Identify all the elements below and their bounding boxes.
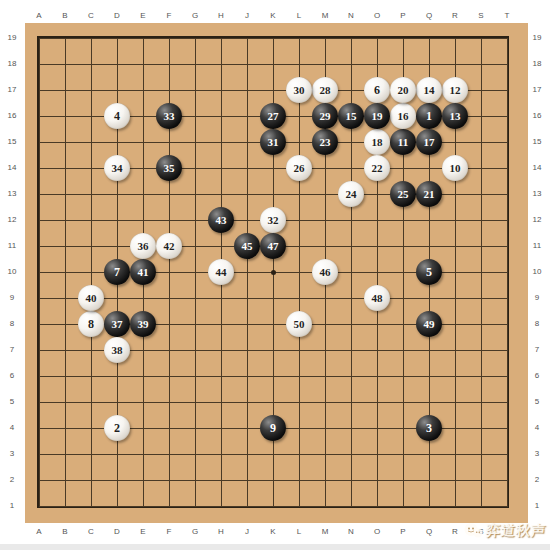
row-label-right-9: 9 <box>535 294 539 302</box>
column-label-top-M: M <box>322 12 329 20</box>
row-label-left-18: 18 <box>8 60 17 68</box>
column-label-top-F: F <box>167 12 172 20</box>
row-label-left-10: 10 <box>8 268 17 276</box>
column-label-bottom-E: E <box>140 528 145 536</box>
move-number: 8 <box>88 318 94 330</box>
column-label-top-L: L <box>297 12 301 20</box>
move-number: 42 <box>164 240 175 251</box>
column-label-top-J: J <box>245 12 249 20</box>
stone-white-18: 18 <box>364 129 390 155</box>
move-number: 12 <box>450 84 461 95</box>
row-label-left-5: 5 <box>10 398 14 406</box>
move-number: 2 <box>114 422 120 434</box>
move-number: 21 <box>424 188 435 199</box>
stone-black-17: 17 <box>416 129 442 155</box>
stone-white-20: 20 <box>390 77 416 103</box>
stone-white-4: 4 <box>104 103 130 129</box>
move-number: 7 <box>114 266 120 278</box>
row-label-right-18: 18 <box>533 60 542 68</box>
row-label-left-6: 6 <box>10 372 14 380</box>
column-label-top-N: N <box>348 12 354 20</box>
move-number: 26 <box>294 162 305 173</box>
row-label-left-19: 19 <box>8 34 17 42</box>
row-label-left-13: 13 <box>8 190 17 198</box>
column-label-bottom-Q: Q <box>426 528 432 536</box>
stone-white-24: 24 <box>338 181 364 207</box>
row-label-left-15: 15 <box>8 138 17 146</box>
stone-black-47: 47 <box>260 233 286 259</box>
stone-white-50: 50 <box>286 311 312 337</box>
column-label-top-A: A <box>36 12 41 20</box>
column-label-top-H: H <box>218 12 224 20</box>
move-number: 4 <box>114 110 120 122</box>
watermark-text: 弈道秋声 <box>485 522 547 540</box>
stone-black-11: 11 <box>390 129 416 155</box>
move-number: 15 <box>346 110 357 121</box>
stone-white-30: 30 <box>286 77 312 103</box>
column-label-bottom-M: M <box>322 528 329 536</box>
move-number: 44 <box>216 266 227 277</box>
row-label-left-8: 8 <box>10 320 14 328</box>
move-number: 49 <box>424 318 435 329</box>
column-label-bottom-J: J <box>245 528 249 536</box>
stone-black-9: 9 <box>260 415 286 441</box>
move-number: 43 <box>216 214 227 225</box>
stone-white-28: 28 <box>312 77 338 103</box>
row-label-left-16: 16 <box>8 112 17 120</box>
column-label-top-T: T <box>505 12 510 20</box>
move-number: 27 <box>268 110 279 121</box>
move-number: 35 <box>164 162 175 173</box>
column-label-top-G: G <box>192 12 198 20</box>
row-label-right-5: 5 <box>535 398 539 406</box>
column-label-top-B: B <box>62 12 67 20</box>
column-label-bottom-C: C <box>88 528 94 536</box>
stone-black-21: 21 <box>416 181 442 207</box>
row-label-right-8: 8 <box>535 320 539 328</box>
move-number: 6 <box>374 84 380 96</box>
stone-black-15: 15 <box>338 103 364 129</box>
stone-black-3: 3 <box>416 415 442 441</box>
row-label-left-12: 12 <box>8 216 17 224</box>
move-number: 29 <box>320 110 331 121</box>
move-number: 23 <box>320 136 331 147</box>
move-number: 46 <box>320 266 331 277</box>
stone-black-13: 13 <box>442 103 468 129</box>
row-label-right-6: 6 <box>535 372 539 380</box>
stone-black-33: 33 <box>156 103 182 129</box>
stone-black-7: 7 <box>104 259 130 285</box>
move-number: 30 <box>294 84 305 95</box>
move-number: 11 <box>398 136 408 147</box>
column-label-bottom-K: K <box>270 528 275 536</box>
stone-white-12: 12 <box>442 77 468 103</box>
move-number: 9 <box>270 422 276 434</box>
row-label-right-2: 2 <box>535 476 539 484</box>
column-label-top-K: K <box>270 12 275 20</box>
row-label-right-13: 13 <box>533 190 542 198</box>
row-label-left-17: 17 <box>8 86 17 94</box>
column-label-top-D: D <box>114 12 120 20</box>
column-label-bottom-R: R <box>452 528 458 536</box>
stone-white-32: 32 <box>260 207 286 233</box>
stone-white-48: 48 <box>364 285 390 311</box>
stone-white-40: 40 <box>78 285 104 311</box>
stone-black-19: 19 <box>364 103 390 129</box>
move-number: 22 <box>372 162 383 173</box>
stone-white-16: 16 <box>390 103 416 129</box>
move-number: 25 <box>398 188 409 199</box>
column-label-bottom-G: G <box>192 528 198 536</box>
move-number: 16 <box>398 110 409 121</box>
column-label-bottom-H: H <box>218 528 224 536</box>
column-label-top-E: E <box>140 12 145 20</box>
row-label-left-2: 2 <box>10 476 14 484</box>
move-number: 10 <box>450 162 461 173</box>
move-number: 18 <box>372 136 383 147</box>
row-label-right-19: 19 <box>533 34 542 42</box>
move-number: 34 <box>112 162 123 173</box>
column-label-bottom-P: P <box>400 528 405 536</box>
stone-white-42: 42 <box>156 233 182 259</box>
row-label-left-9: 9 <box>10 294 14 302</box>
row-label-left-3: 3 <box>10 450 14 458</box>
column-label-bottom-B: B <box>62 528 67 536</box>
stone-white-38: 38 <box>104 337 130 363</box>
move-number: 19 <box>372 110 383 121</box>
row-label-left-7: 7 <box>10 346 14 354</box>
move-number: 14 <box>424 84 435 95</box>
column-label-top-R: R <box>452 12 458 20</box>
column-label-bottom-A: A <box>36 528 41 536</box>
move-number: 33 <box>164 110 175 121</box>
column-label-top-P: P <box>400 12 405 20</box>
stone-white-14: 14 <box>416 77 442 103</box>
move-number: 48 <box>372 292 383 303</box>
stone-black-37: 37 <box>104 311 130 337</box>
column-label-top-C: C <box>88 12 94 20</box>
move-number: 38 <box>112 344 123 355</box>
column-label-bottom-S: S <box>478 528 483 536</box>
move-number: 37 <box>112 318 123 329</box>
move-number: 17 <box>424 136 435 147</box>
stone-white-36: 36 <box>130 233 156 259</box>
move-number: 24 <box>346 188 357 199</box>
stone-black-39: 39 <box>130 311 156 337</box>
move-number: 47 <box>268 240 279 251</box>
move-number: 50 <box>294 318 305 329</box>
row-label-right-7: 7 <box>535 346 539 354</box>
move-number: 45 <box>242 240 253 251</box>
row-label-left-11: 11 <box>8 242 16 250</box>
move-number: 39 <box>138 318 149 329</box>
move-number: 32 <box>268 214 279 225</box>
column-label-top-S: S <box>478 12 483 20</box>
row-label-right-4: 4 <box>535 424 539 432</box>
stone-black-43: 43 <box>208 207 234 233</box>
column-label-bottom-D: D <box>114 528 120 536</box>
stone-white-2: 2 <box>104 415 130 441</box>
stone-black-45: 45 <box>234 233 260 259</box>
stone-black-35: 35 <box>156 155 182 181</box>
row-label-right-3: 3 <box>535 450 539 458</box>
stone-white-10: 10 <box>442 155 468 181</box>
stone-black-27: 27 <box>260 103 286 129</box>
stone-white-34: 34 <box>104 155 130 181</box>
stone-black-5: 5 <box>416 259 442 285</box>
stone-black-1: 1 <box>416 103 442 129</box>
stone-black-41: 41 <box>130 259 156 285</box>
go-diagram: AABBCCDDEEFFGGHHJJKKLLMMNNOOPPQQRRSSTT19… <box>0 0 550 550</box>
move-number: 40 <box>86 292 97 303</box>
row-label-right-17: 17 <box>533 86 542 94</box>
move-number: 5 <box>426 266 432 278</box>
column-label-bottom-T: T <box>505 528 510 536</box>
stone-white-22: 22 <box>364 155 390 181</box>
page-bottom-strip <box>0 544 550 550</box>
row-label-left-14: 14 <box>8 164 17 172</box>
stone-white-8: 8 <box>78 311 104 337</box>
move-number: 20 <box>398 84 409 95</box>
row-label-right-1: 1 <box>535 502 539 510</box>
move-number: 41 <box>138 266 149 277</box>
column-label-top-Q: Q <box>426 12 432 20</box>
move-number: 31 <box>268 136 279 147</box>
row-label-left-1: 1 <box>10 502 14 510</box>
column-label-bottom-L: L <box>297 528 301 536</box>
move-number: 3 <box>426 422 432 434</box>
stone-white-46: 46 <box>312 259 338 285</box>
row-label-right-16: 16 <box>533 112 542 120</box>
stone-white-26: 26 <box>286 155 312 181</box>
stone-black-25: 25 <box>390 181 416 207</box>
move-number: 36 <box>138 240 149 251</box>
star-point-K10 <box>271 270 276 275</box>
row-label-right-15: 15 <box>533 138 542 146</box>
stone-white-6: 6 <box>364 77 390 103</box>
move-number: 1 <box>426 110 432 122</box>
row-label-right-11: 11 <box>533 242 541 250</box>
move-number: 13 <box>450 110 461 121</box>
row-label-left-4: 4 <box>10 424 14 432</box>
column-label-bottom-N: N <box>348 528 354 536</box>
stone-black-49: 49 <box>416 311 442 337</box>
stone-black-31: 31 <box>260 129 286 155</box>
row-label-right-12: 12 <box>533 216 542 224</box>
row-label-right-10: 10 <box>533 268 542 276</box>
row-label-right-14: 14 <box>533 164 542 172</box>
stone-black-29: 29 <box>312 103 338 129</box>
column-label-top-O: O <box>374 12 380 20</box>
stone-white-44: 44 <box>208 259 234 285</box>
stone-black-23: 23 <box>312 129 338 155</box>
column-label-bottom-O: O <box>374 528 380 536</box>
move-number: 28 <box>320 84 331 95</box>
column-label-bottom-F: F <box>167 528 172 536</box>
